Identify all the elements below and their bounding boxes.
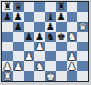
square-c5[interactable]: ♟ — [24, 32, 35, 42]
square-e3[interactable] — [45, 51, 56, 61]
piece-black-pawn-e6: ♟ — [46, 22, 55, 31]
piece-white-pawn-b2: ♟ — [14, 61, 23, 70]
square-f6[interactable] — [56, 22, 67, 32]
square-b3[interactable] — [13, 51, 24, 61]
square-d2[interactable]: ♞ — [34, 61, 45, 71]
chess-board-frame: ♜♛♜♟♟♝♟♟♟♛♟♟♞♚♞♟♟♟♟♟♞♟♜♚ — [1, 1, 89, 82]
square-g2[interactable]: ♟ — [67, 61, 78, 71]
piece-white-knight-g5: ♞ — [67, 32, 76, 41]
square-h3[interactable] — [77, 51, 88, 61]
square-d8[interactable] — [34, 2, 45, 12]
square-g7[interactable] — [67, 12, 78, 22]
piece-black-pawn-f7: ♟ — [57, 12, 66, 21]
piece-white-queen-h6: ♛ — [78, 22, 87, 31]
square-b5[interactable] — [13, 32, 24, 42]
chess-board: ♜♛♜♟♟♝♟♟♟♛♟♟♞♚♞♟♟♟♟♟♞♟♜♚ — [2, 2, 88, 81]
square-f7[interactable]: ♟ — [56, 12, 67, 22]
square-g3[interactable]: ♟ — [67, 51, 78, 61]
square-a3[interactable] — [2, 51, 13, 61]
piece-white-pawn-d4: ♟ — [35, 42, 44, 51]
piece-black-pawn-d5: ♟ — [35, 32, 44, 41]
square-e4[interactable] — [45, 42, 56, 52]
square-e1[interactable]: ♚ — [45, 71, 56, 81]
square-f8[interactable]: ♜ — [56, 2, 67, 12]
square-d4[interactable]: ♟ — [34, 42, 45, 52]
square-c1[interactable] — [24, 71, 35, 81]
piece-black-king-f5: ♚ — [57, 32, 66, 41]
square-h8[interactable] — [77, 2, 88, 12]
square-e7[interactable]: ♝ — [45, 12, 56, 22]
square-b7[interactable]: ♟ — [13, 12, 24, 22]
piece-black-pawn-a7: ♟ — [3, 12, 12, 21]
square-e5[interactable]: ♞ — [45, 32, 56, 42]
square-h1[interactable] — [77, 71, 88, 81]
piece-black-bishop-e7: ♝ — [46, 12, 55, 21]
piece-white-pawn-c3: ♟ — [24, 51, 33, 60]
square-h5[interactable] — [77, 32, 88, 42]
piece-white-pawn-g2: ♟ — [67, 61, 76, 70]
square-b4[interactable] — [13, 42, 24, 52]
square-c6[interactable] — [24, 22, 35, 32]
square-a6[interactable] — [2, 22, 13, 32]
square-b2[interactable]: ♟ — [13, 61, 24, 71]
piece-black-pawn-b6: ♟ — [14, 22, 23, 31]
square-f4[interactable] — [56, 42, 67, 52]
square-b6[interactable]: ♟ — [13, 22, 24, 32]
square-a5[interactable] — [2, 32, 13, 42]
square-f5[interactable]: ♚ — [56, 32, 67, 42]
square-e2[interactable] — [45, 61, 56, 71]
piece-black-pawn-c5: ♟ — [24, 32, 33, 41]
piece-white-pawn-a2: ♟ — [3, 61, 12, 70]
square-d1[interactable] — [34, 71, 45, 81]
square-h4[interactable] — [77, 42, 88, 52]
square-a8[interactable]: ♜ — [2, 2, 13, 12]
square-d7[interactable] — [34, 12, 45, 22]
square-e6[interactable]: ♟ — [45, 22, 56, 32]
piece-black-knight-e5: ♞ — [46, 32, 55, 41]
square-g5[interactable]: ♞ — [67, 32, 78, 42]
square-e8[interactable] — [45, 2, 56, 12]
square-c3[interactable]: ♟ — [24, 51, 35, 61]
square-c7[interactable] — [24, 12, 35, 22]
square-h7[interactable] — [77, 12, 88, 22]
square-d6[interactable] — [34, 22, 45, 32]
square-g1[interactable] — [67, 71, 78, 81]
square-f3[interactable] — [56, 51, 67, 61]
square-b1[interactable] — [13, 71, 24, 81]
square-a4[interactable] — [2, 42, 13, 52]
square-d3[interactable] — [34, 51, 45, 61]
piece-black-rook-f8: ♜ — [57, 2, 66, 11]
piece-black-rook-a8: ♜ — [3, 2, 12, 11]
square-c2[interactable] — [24, 61, 35, 71]
piece-white-pawn-g3: ♟ — [67, 51, 76, 60]
piece-black-queen-b8: ♛ — [14, 2, 23, 11]
piece-white-knight-d2: ♞ — [35, 61, 44, 70]
chess-diagram-window: { "game": "chess", "position": { "fen": … — [0, 0, 91, 85]
square-c4[interactable] — [24, 42, 35, 52]
square-g4[interactable] — [67, 42, 78, 52]
square-b8[interactable]: ♛ — [13, 2, 24, 12]
piece-black-pawn-b7: ♟ — [14, 12, 23, 21]
square-f2[interactable] — [56, 61, 67, 71]
square-h2[interactable] — [77, 61, 88, 71]
square-f1[interactable] — [56, 71, 67, 81]
square-g8[interactable] — [67, 2, 78, 12]
square-d5[interactable]: ♟ — [34, 32, 45, 42]
square-h6[interactable]: ♛ — [77, 22, 88, 32]
piece-white-rook-a1: ♜ — [3, 71, 12, 80]
square-a2[interactable]: ♟ — [2, 61, 13, 71]
square-g6[interactable] — [67, 22, 78, 32]
piece-white-king-e1: ♚ — [46, 71, 55, 80]
square-a1[interactable]: ♜ — [2, 71, 13, 81]
square-c8[interactable] — [24, 2, 35, 12]
square-a7[interactable]: ♟ — [2, 12, 13, 22]
